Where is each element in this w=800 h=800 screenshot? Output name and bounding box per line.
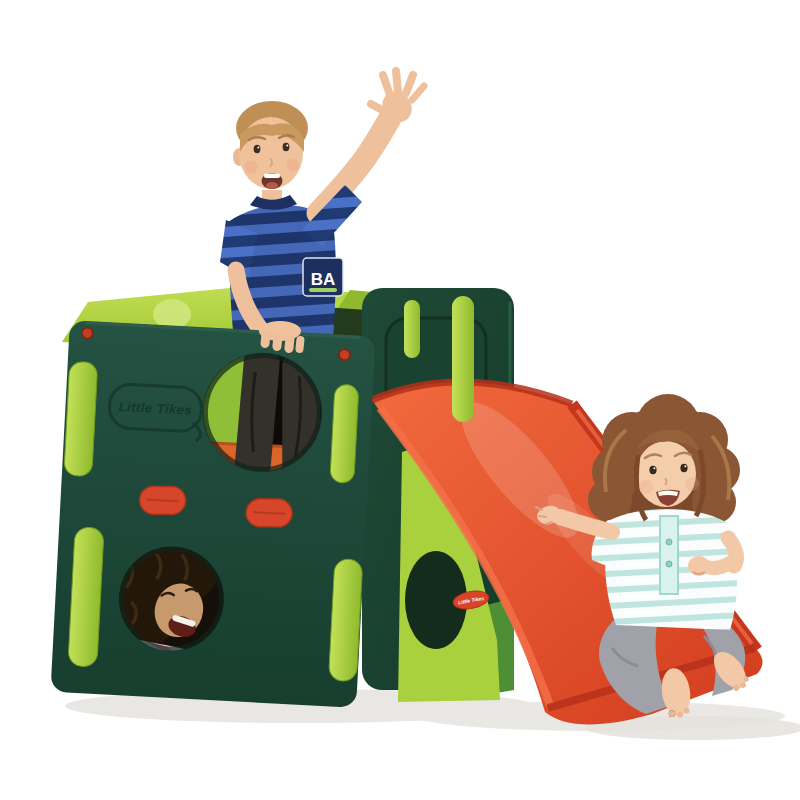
girl-cheek	[685, 477, 699, 491]
front-panel: Little Tikes	[50, 320, 375, 708]
left-clip-upper	[64, 361, 98, 476]
boy-eye-left	[254, 145, 261, 153]
boy-patch-text: BA	[311, 270, 336, 289]
boy-head	[233, 101, 308, 204]
eye-glint	[684, 465, 686, 467]
product-photo: BA Little Tikes	[0, 0, 800, 800]
girl-cheek	[639, 480, 653, 494]
right-clip-upper	[330, 384, 359, 483]
rivet-right	[339, 349, 351, 361]
boy-cheek	[287, 159, 300, 172]
girl-eye-right	[680, 464, 687, 472]
eye-glint	[257, 147, 259, 149]
girl-eye-left	[649, 466, 656, 474]
side-clip-large	[452, 296, 474, 422]
boy-tongue	[266, 182, 278, 189]
boy-teeth	[264, 174, 280, 179]
back-panel-notch	[153, 299, 191, 329]
girl-placket	[660, 516, 678, 594]
boy-shirt-patch: BA	[303, 258, 343, 296]
right-clip-lower	[328, 558, 362, 681]
patch-detail	[309, 288, 337, 292]
front-panel-face	[50, 320, 375, 708]
boy-cheek	[245, 161, 258, 174]
side-clip-small	[404, 300, 420, 358]
boy-eye-right	[283, 143, 290, 151]
rivet-left	[82, 327, 94, 339]
eye-glint	[653, 467, 655, 469]
photo-scene: BA Little Tikes	[0, 0, 800, 800]
eye-glint	[286, 145, 288, 147]
